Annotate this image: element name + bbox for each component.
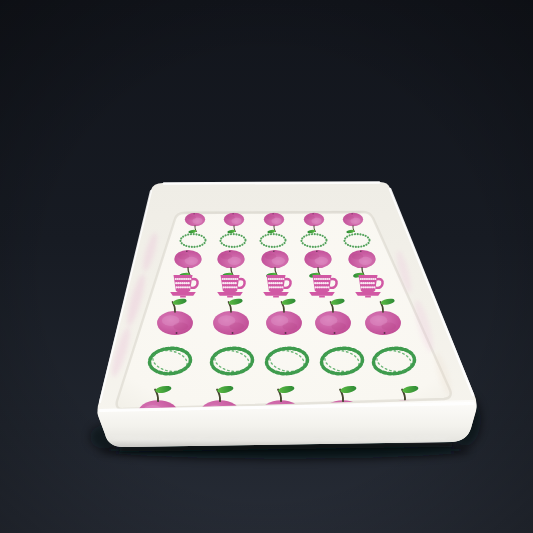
tray-photo [0, 0, 533, 533]
tray-photo-canvas [0, 0, 533, 533]
